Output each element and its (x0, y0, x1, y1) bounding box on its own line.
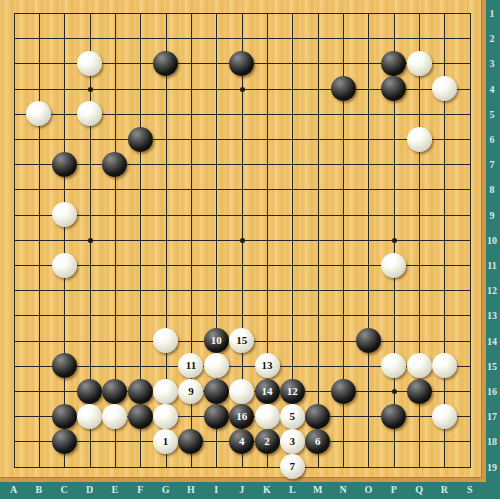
black-stone-C17[interactable] (52, 404, 77, 429)
white-stone-R17[interactable] (432, 404, 457, 429)
black-stone-L16[interactable]: 12 (280, 379, 305, 404)
white-stone-E17[interactable] (102, 404, 127, 429)
column-label-J: J (239, 484, 244, 495)
row-label-1: 1 (490, 8, 495, 19)
column-label-M: M (313, 484, 322, 495)
row-label-5: 5 (490, 108, 495, 119)
white-stone-G16[interactable] (153, 379, 178, 404)
white-stone-C11[interactable] (52, 253, 77, 278)
row-label-18: 18 (487, 436, 497, 447)
black-stone-J17[interactable]: 16 (229, 404, 254, 429)
black-stone-M18[interactable]: 6 (305, 429, 330, 454)
column-label-L: L (289, 484, 296, 495)
white-stone-I15[interactable] (204, 353, 229, 378)
column-label-Q: Q (415, 484, 423, 495)
black-stone-E7[interactable] (102, 152, 127, 177)
column-label-E: E (112, 484, 119, 495)
black-stone-K18[interactable]: 2 (255, 429, 280, 454)
column-label-S: S (467, 484, 473, 495)
row-label-10: 10 (487, 234, 497, 245)
grid-line-horizontal (14, 467, 471, 468)
row-label-16: 16 (487, 386, 497, 397)
white-stone-D17[interactable] (77, 404, 102, 429)
black-stone-I14[interactable]: 10 (204, 328, 229, 353)
white-stone-K17[interactable] (255, 404, 280, 429)
row-label-13: 13 (487, 310, 497, 321)
column-label-B: B (36, 484, 43, 495)
column-label-I: I (214, 484, 218, 495)
grid-line-vertical (470, 13, 471, 468)
column-label-R: R (441, 484, 448, 495)
black-stone-M17[interactable] (305, 404, 330, 429)
black-stone-F6[interactable] (128, 127, 153, 152)
column-label-C: C (61, 484, 68, 495)
star-point (88, 87, 93, 92)
row-label-3: 3 (490, 58, 495, 69)
column-label-P: P (391, 484, 397, 495)
grid-line-horizontal (14, 290, 471, 291)
column-label-F: F (137, 484, 143, 495)
black-stone-P17[interactable] (381, 404, 406, 429)
black-stone-I16[interactable] (204, 379, 229, 404)
black-stone-N16[interactable] (331, 379, 356, 404)
go-diagram: 1015111391412165142367ABCDEFGHIJKLMNOPQR… (0, 0, 500, 499)
row-label-2: 2 (490, 33, 495, 44)
white-stone-Q3[interactable] (407, 51, 432, 76)
white-stone-R4[interactable] (432, 76, 457, 101)
row-label-11: 11 (487, 260, 496, 271)
column-label-A: A (10, 484, 17, 495)
row-label-7: 7 (490, 159, 495, 170)
black-stone-K16[interactable]: 14 (255, 379, 280, 404)
grid-line-vertical (318, 13, 319, 468)
column-label-K: K (263, 484, 271, 495)
row-label-8: 8 (490, 184, 495, 195)
white-stone-G18[interactable]: 1 (153, 429, 178, 454)
row-label-15: 15 (487, 360, 497, 371)
row-label-19: 19 (487, 461, 497, 472)
white-stone-L18[interactable]: 3 (280, 429, 305, 454)
black-stone-F16[interactable] (128, 379, 153, 404)
black-stone-O14[interactable] (356, 328, 381, 353)
black-stone-C7[interactable] (52, 152, 77, 177)
white-stone-H16[interactable]: 9 (178, 379, 203, 404)
column-label-O: O (365, 484, 373, 495)
column-label-D: D (86, 484, 93, 495)
row-label-9: 9 (490, 209, 495, 220)
black-stone-G3[interactable] (153, 51, 178, 76)
row-label-6: 6 (490, 134, 495, 145)
black-stone-D16[interactable] (77, 379, 102, 404)
white-stone-L17[interactable]: 5 (280, 404, 305, 429)
column-label-G: G (162, 484, 170, 495)
black-stone-J18[interactable]: 4 (229, 429, 254, 454)
grid-line-horizontal (14, 315, 471, 316)
black-stone-Q16[interactable] (407, 379, 432, 404)
white-stone-Q6[interactable] (407, 127, 432, 152)
black-stone-C18[interactable] (52, 429, 77, 454)
black-stone-N4[interactable] (331, 76, 356, 101)
row-label-12: 12 (487, 285, 497, 296)
row-label-4: 4 (490, 83, 495, 94)
black-stone-E16[interactable] (102, 379, 127, 404)
row-label-17: 17 (487, 411, 497, 422)
white-stone-J16[interactable] (229, 379, 254, 404)
white-stone-D3[interactable] (77, 51, 102, 76)
star-point (240, 238, 245, 243)
black-stone-P3[interactable] (381, 51, 406, 76)
black-stone-C15[interactable] (52, 353, 77, 378)
black-stone-J3[interactable] (229, 51, 254, 76)
white-stone-K15[interactable]: 13 (255, 353, 280, 378)
star-point (88, 238, 93, 243)
star-point (240, 87, 245, 92)
white-stone-C9[interactable] (52, 202, 77, 227)
white-stone-G17[interactable] (153, 404, 178, 429)
grid-line-vertical (368, 13, 369, 468)
white-stone-L19[interactable]: 7 (280, 454, 305, 479)
white-stone-P11[interactable] (381, 253, 406, 278)
row-label-14: 14 (487, 335, 497, 346)
column-label-H: H (187, 484, 195, 495)
column-label-N: N (339, 484, 346, 495)
white-stone-Q15[interactable] (407, 353, 432, 378)
black-stone-F17[interactable] (128, 404, 153, 429)
star-point (392, 389, 397, 394)
black-stone-I17[interactable] (204, 404, 229, 429)
star-point (392, 238, 397, 243)
